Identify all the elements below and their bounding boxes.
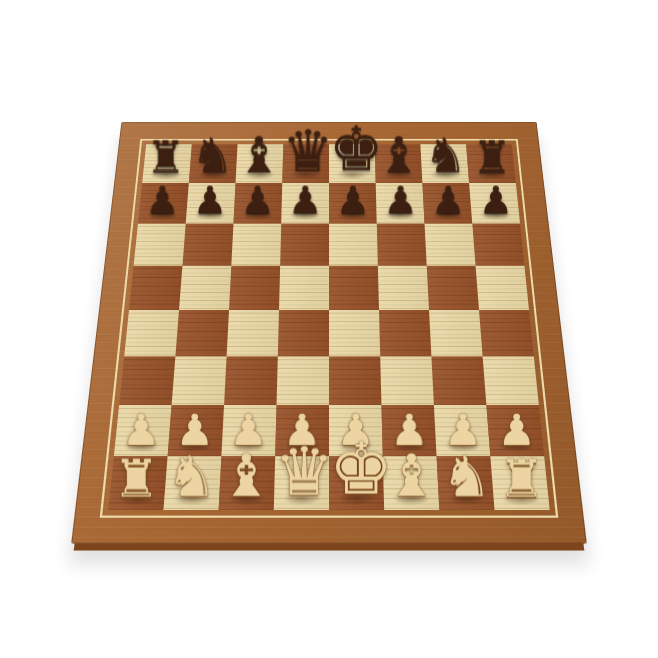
square-h3[interactable] xyxy=(483,356,539,405)
square-d6[interactable] xyxy=(280,223,329,265)
square-f5[interactable] xyxy=(378,266,429,310)
piece-black-pawn-h7[interactable]: ♟ xyxy=(472,181,520,219)
square-g3[interactable] xyxy=(431,356,486,405)
piece-white-king-e1[interactable]: ♚ xyxy=(329,433,384,505)
square-c8[interactable]: ♝ xyxy=(236,144,284,183)
piece-black-pawn-f7[interactable]: ♟ xyxy=(377,181,425,219)
square-e7[interactable]: ♟ xyxy=(329,183,377,223)
square-h1[interactable]: ♜ xyxy=(490,456,549,510)
square-b3[interactable] xyxy=(172,356,227,405)
piece-black-rook-a8[interactable]: ♜ xyxy=(143,135,190,179)
square-c6[interactable] xyxy=(231,223,281,265)
square-b8[interactable]: ♞ xyxy=(189,144,238,183)
square-b4[interactable] xyxy=(175,310,229,356)
square-b1[interactable]: ♞ xyxy=(163,456,221,510)
square-a7[interactable]: ♟ xyxy=(138,183,189,223)
piece-black-pawn-g7[interactable]: ♟ xyxy=(424,181,472,219)
piece-white-rook-a1[interactable]: ♜ xyxy=(109,453,164,505)
square-g4[interactable] xyxy=(429,310,483,356)
square-c5[interactable] xyxy=(229,266,280,310)
square-c3[interactable] xyxy=(224,356,278,405)
piece-black-pawn-b7[interactable]: ♟ xyxy=(186,181,234,219)
square-d7[interactable]: ♟ xyxy=(281,183,329,223)
piece-black-queen-d8[interactable]: ♛ xyxy=(282,122,329,179)
piece-white-bishop-c1[interactable]: ♝ xyxy=(219,446,274,504)
square-d4[interactable] xyxy=(278,310,329,356)
square-g8[interactable]: ♞ xyxy=(420,144,469,183)
square-e3[interactable] xyxy=(329,356,381,405)
square-f6[interactable] xyxy=(377,223,427,265)
piece-black-bishop-f8[interactable]: ♝ xyxy=(376,130,423,179)
square-e1[interactable]: ♚ xyxy=(329,456,384,510)
square-c7[interactable]: ♟ xyxy=(233,183,282,223)
square-a8[interactable]: ♜ xyxy=(142,144,192,183)
square-a3[interactable] xyxy=(119,356,175,405)
square-a4[interactable] xyxy=(124,310,179,356)
square-e8[interactable]: ♚ xyxy=(329,144,376,183)
square-f1[interactable]: ♝ xyxy=(383,456,440,510)
photo-background: ♜♞♝♛♚♝♞♜♟♟♟♟♟♟♟♟♟♟♟♟♟♟♟♟♜♞♝♛♚♝♞♜ xyxy=(0,0,658,658)
square-b7[interactable]: ♟ xyxy=(186,183,236,223)
piece-white-rook-h1[interactable]: ♜ xyxy=(494,453,549,505)
square-g5[interactable] xyxy=(427,266,479,310)
square-g6[interactable] xyxy=(425,223,476,265)
square-f8[interactable]: ♝ xyxy=(375,144,423,183)
piece-black-king-e8[interactable]: ♚ xyxy=(329,118,376,179)
square-d8[interactable]: ♛ xyxy=(282,144,329,183)
chessboard-frame: ♜♞♝♛♚♝♞♜♟♟♟♟♟♟♟♟♟♟♟♟♟♟♟♟♜♞♝♛♚♝♞♜ xyxy=(71,122,587,544)
piece-black-pawn-a7[interactable]: ♟ xyxy=(138,181,186,219)
square-a5[interactable] xyxy=(129,266,182,310)
square-h6[interactable] xyxy=(472,223,524,265)
piece-black-knight-b8[interactable]: ♞ xyxy=(189,132,236,180)
square-d3[interactable] xyxy=(277,356,329,405)
piece-black-rook-h8[interactable]: ♜ xyxy=(469,135,516,179)
square-f3[interactable] xyxy=(380,356,434,405)
square-e4[interactable] xyxy=(329,310,380,356)
piece-black-pawn-d7[interactable]: ♟ xyxy=(281,181,329,219)
piece-black-knight-g8[interactable]: ♞ xyxy=(422,132,469,180)
square-h5[interactable] xyxy=(476,266,529,310)
square-e6[interactable] xyxy=(329,223,378,265)
square-g1[interactable]: ♞ xyxy=(437,456,495,510)
square-b5[interactable] xyxy=(179,266,231,310)
square-h8[interactable]: ♜ xyxy=(466,144,516,183)
piece-white-bishop-f1[interactable]: ♝ xyxy=(384,446,439,504)
square-a1[interactable]: ♜ xyxy=(108,456,167,510)
piece-black-pawn-c7[interactable]: ♟ xyxy=(234,181,282,219)
square-h4[interactable] xyxy=(479,310,534,356)
square-d5[interactable] xyxy=(279,266,329,310)
square-c4[interactable] xyxy=(227,310,279,356)
square-c1[interactable]: ♝ xyxy=(219,456,276,510)
square-a6[interactable] xyxy=(134,223,186,265)
chessboard-grid: ♜♞♝♛♚♝♞♜♟♟♟♟♟♟♟♟♟♟♟♟♟♟♟♟♜♞♝♛♚♝♞♜ xyxy=(108,144,549,510)
piece-black-bishop-c8[interactable]: ♝ xyxy=(236,130,283,179)
piece-white-queen-d1[interactable]: ♛ xyxy=(274,437,329,504)
square-f4[interactable] xyxy=(379,310,431,356)
piece-black-pawn-e7[interactable]: ♟ xyxy=(329,181,377,219)
square-f7[interactable]: ♟ xyxy=(376,183,425,223)
square-d1[interactable]: ♛ xyxy=(274,456,329,510)
chessboard-scene: ♜♞♝♛♚♝♞♜♟♟♟♟♟♟♟♟♟♟♟♟♟♟♟♟♜♞♝♛♚♝♞♜ xyxy=(99,80,559,540)
piece-white-pawn-h2[interactable]: ♟ xyxy=(490,408,544,451)
square-e5[interactable] xyxy=(329,266,379,310)
square-b6[interactable] xyxy=(182,223,233,265)
piece-white-knight-b1[interactable]: ♞ xyxy=(164,448,219,504)
square-h7[interactable]: ♟ xyxy=(469,183,520,223)
square-g7[interactable]: ♟ xyxy=(422,183,472,223)
piece-white-pawn-a2[interactable]: ♟ xyxy=(114,408,168,451)
piece-white-knight-g1[interactable]: ♞ xyxy=(439,448,494,504)
